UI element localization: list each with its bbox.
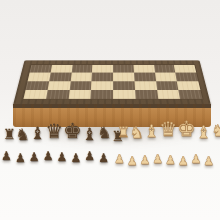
chess-piece-dark-pawn: ♟ [98, 152, 109, 164]
board-cell-light [50, 65, 72, 73]
board-cell-light [113, 73, 134, 81]
chess-piece-light-pawn: ♟ [190, 153, 201, 165]
board-cell-dark [134, 73, 156, 81]
board-cell-light [134, 81, 156, 90]
board-cell-dark [30, 65, 52, 73]
board-cell-light [91, 81, 113, 90]
board-cell-light [70, 73, 92, 81]
chess-piece-dark-pawn: ♟ [29, 151, 40, 163]
chess-board-top [13, 60, 211, 105]
board-cell-dark [175, 73, 198, 81]
chess-piece-dark-pawn: ♟ [84, 150, 95, 162]
product-photo-chess-set: ♜♞♝♛♚♝♞♜ ♟♟♟♟♟♟♟♟ ♜♞♝♛♚♝♞♜ ♟♟♟♟♟♟♟♟ [0, 0, 220, 220]
chess-piece-light-pawn: ♟ [139, 154, 150, 166]
chess-piece-dark-pawn: ♟ [43, 150, 54, 162]
board-cell-dark [71, 65, 92, 73]
chess-box-front [13, 104, 211, 127]
board-cell-light [47, 81, 70, 90]
board-cell-light [68, 90, 91, 99]
board-cell-light [157, 90, 180, 99]
board-cell-dark [92, 73, 113, 81]
board-cell-light [113, 90, 135, 99]
board-cell-dark [91, 90, 113, 99]
board-cell-light [23, 90, 47, 99]
board-cell-dark [113, 81, 135, 90]
board-cell-light [174, 65, 196, 73]
board-cell-dark [26, 81, 49, 90]
chess-piece-light-pawn: ♟ [114, 153, 125, 165]
board-cell-dark [135, 90, 158, 99]
board-cell-dark [113, 65, 134, 73]
chess-piece-light-pawn: ♟ [165, 154, 176, 166]
chess-piece-dark-pawn: ♟ [57, 151, 68, 163]
board-cell-dark [178, 90, 202, 99]
board-cell-dark [46, 90, 69, 99]
chess-piece-light-pawn: ♟ [203, 155, 214, 167]
chess-board-grid [22, 64, 203, 99]
board-cell-dark [49, 73, 71, 81]
board-cell-dark [156, 81, 179, 90]
board-cell-light [133, 65, 154, 73]
board-cell-dark [154, 65, 176, 73]
board-cell-light [92, 65, 113, 73]
chess-piece-dark-pawn: ♟ [70, 152, 81, 164]
chess-piece-light-pawn: ♟ [178, 155, 189, 167]
board-cell-light [177, 81, 200, 90]
chess-piece-dark-pawn: ♟ [15, 152, 26, 164]
board-cell-light [155, 73, 177, 81]
chess-piece-light-pawn: ♟ [152, 153, 163, 165]
board-cell-dark [69, 81, 91, 90]
chess-piece-dark-pawn: ♟ [1, 150, 12, 162]
chess-piece-light-pawn: ♟ [127, 155, 138, 167]
board-cell-light [28, 73, 51, 81]
